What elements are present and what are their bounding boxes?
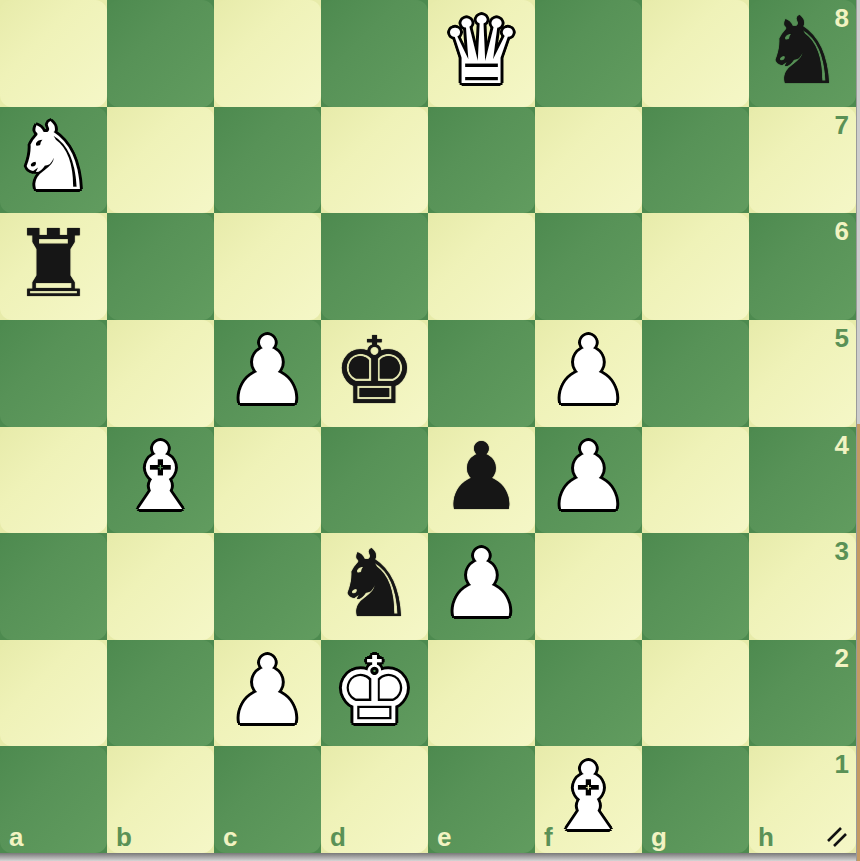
file-label-a: a bbox=[9, 824, 23, 850]
piece-white-bishop-f1[interactable]: ♝ bbox=[547, 751, 630, 844]
square-h8[interactable]: 8♞ bbox=[749, 0, 856, 107]
square-d3[interactable]: ♞ bbox=[321, 533, 428, 640]
piece-black-pawn-e4[interactable]: ♟ bbox=[440, 431, 523, 524]
square-e3[interactable]: ♟ bbox=[428, 533, 535, 640]
square-c2[interactable]: ♟ bbox=[214, 640, 321, 747]
square-b6[interactable] bbox=[107, 213, 214, 320]
chess-board: ♛8♞♞7♜6♟♚♟5♝♟♟4♞♟3♟♚2abcdef♝gh1 bbox=[0, 0, 856, 853]
square-e1[interactable]: e bbox=[428, 746, 535, 853]
piece-white-knight-a7[interactable]: ♞ bbox=[12, 111, 95, 204]
file-label-c: c bbox=[223, 824, 237, 850]
square-c8[interactable] bbox=[214, 0, 321, 107]
square-a3[interactable] bbox=[0, 533, 107, 640]
square-f6[interactable] bbox=[535, 213, 642, 320]
rank-label-5: 5 bbox=[835, 325, 849, 351]
rank-label-4: 4 bbox=[835, 432, 849, 458]
square-c7[interactable] bbox=[214, 107, 321, 214]
piece-white-pawn-f5[interactable]: ♟ bbox=[547, 325, 630, 418]
scrollbar[interactable] bbox=[856, 0, 860, 861]
rank-label-3: 3 bbox=[835, 538, 849, 564]
square-a2[interactable] bbox=[0, 640, 107, 747]
piece-white-pawn-c2[interactable]: ♟ bbox=[226, 645, 309, 738]
square-d5[interactable]: ♚ bbox=[321, 320, 428, 427]
square-e8[interactable]: ♛ bbox=[428, 0, 535, 107]
square-d1[interactable]: d bbox=[321, 746, 428, 853]
square-b2[interactable] bbox=[107, 640, 214, 747]
square-f3[interactable] bbox=[535, 533, 642, 640]
square-a1[interactable]: a bbox=[0, 746, 107, 853]
square-a8[interactable] bbox=[0, 0, 107, 107]
rank-label-6: 6 bbox=[835, 218, 849, 244]
piece-white-king-d2[interactable]: ♚ bbox=[333, 645, 416, 738]
square-b5[interactable] bbox=[107, 320, 214, 427]
piece-white-pawn-f4[interactable]: ♟ bbox=[547, 431, 630, 524]
square-a6[interactable]: ♜ bbox=[0, 213, 107, 320]
square-d6[interactable] bbox=[321, 213, 428, 320]
piece-white-bishop-b4[interactable]: ♝ bbox=[119, 431, 202, 524]
resize-handle-icon[interactable] bbox=[824, 824, 848, 848]
square-g7[interactable] bbox=[642, 107, 749, 214]
square-h6[interactable]: 6 bbox=[749, 213, 856, 320]
square-d4[interactable] bbox=[321, 427, 428, 534]
square-e5[interactable] bbox=[428, 320, 535, 427]
file-label-d: d bbox=[330, 824, 346, 850]
piece-white-queen-e8[interactable]: ♛ bbox=[440, 5, 523, 98]
square-b3[interactable] bbox=[107, 533, 214, 640]
square-h5[interactable]: 5 bbox=[749, 320, 856, 427]
rank-label-7: 7 bbox=[835, 112, 849, 138]
square-c6[interactable] bbox=[214, 213, 321, 320]
square-c1[interactable]: c bbox=[214, 746, 321, 853]
square-b4[interactable]: ♝ bbox=[107, 427, 214, 534]
file-label-b: b bbox=[116, 824, 132, 850]
square-g4[interactable] bbox=[642, 427, 749, 534]
square-f7[interactable] bbox=[535, 107, 642, 214]
square-c5[interactable]: ♟ bbox=[214, 320, 321, 427]
square-g3[interactable] bbox=[642, 533, 749, 640]
square-g1[interactable]: g bbox=[642, 746, 749, 853]
piece-black-king-d5[interactable]: ♚ bbox=[333, 325, 416, 418]
board-bottom-shadow bbox=[0, 853, 856, 861]
square-f1[interactable]: f♝ bbox=[535, 746, 642, 853]
square-h7[interactable]: 7 bbox=[749, 107, 856, 214]
square-f4[interactable]: ♟ bbox=[535, 427, 642, 534]
square-c3[interactable] bbox=[214, 533, 321, 640]
square-e6[interactable] bbox=[428, 213, 535, 320]
piece-white-pawn-c5[interactable]: ♟ bbox=[226, 325, 309, 418]
piece-black-knight-d3[interactable]: ♞ bbox=[333, 538, 416, 631]
rank-label-2: 2 bbox=[835, 645, 849, 671]
square-d2[interactable]: ♚ bbox=[321, 640, 428, 747]
square-c4[interactable] bbox=[214, 427, 321, 534]
square-b1[interactable]: b bbox=[107, 746, 214, 853]
square-a5[interactable] bbox=[0, 320, 107, 427]
piece-black-knight-h8[interactable]: ♞ bbox=[761, 5, 844, 98]
square-e4[interactable]: ♟ bbox=[428, 427, 535, 534]
piece-white-pawn-e3[interactable]: ♟ bbox=[440, 538, 523, 631]
square-g6[interactable] bbox=[642, 213, 749, 320]
square-a7[interactable]: ♞ bbox=[0, 107, 107, 214]
square-a4[interactable] bbox=[0, 427, 107, 534]
square-f5[interactable]: ♟ bbox=[535, 320, 642, 427]
square-b8[interactable] bbox=[107, 0, 214, 107]
square-h4[interactable]: 4 bbox=[749, 427, 856, 534]
square-d7[interactable] bbox=[321, 107, 428, 214]
file-label-h: h bbox=[758, 824, 774, 850]
square-f8[interactable] bbox=[535, 0, 642, 107]
square-g5[interactable] bbox=[642, 320, 749, 427]
piece-black-rook-a6[interactable]: ♜ bbox=[12, 218, 95, 311]
square-g2[interactable] bbox=[642, 640, 749, 747]
square-e7[interactable] bbox=[428, 107, 535, 214]
file-label-e: e bbox=[437, 824, 451, 850]
square-h2[interactable]: 2 bbox=[749, 640, 856, 747]
rank-label-1: 1 bbox=[835, 751, 849, 777]
square-h3[interactable]: 3 bbox=[749, 533, 856, 640]
square-b7[interactable] bbox=[107, 107, 214, 214]
square-f2[interactable] bbox=[535, 640, 642, 747]
file-label-g: g bbox=[651, 824, 667, 850]
square-e2[interactable] bbox=[428, 640, 535, 747]
square-d8[interactable] bbox=[321, 0, 428, 107]
chess-app-page: ♛8♞♞7♜6♟♚♟5♝♟♟4♞♟3♟♚2abcdef♝gh1 bbox=[0, 0, 860, 861]
square-g8[interactable] bbox=[642, 0, 749, 107]
